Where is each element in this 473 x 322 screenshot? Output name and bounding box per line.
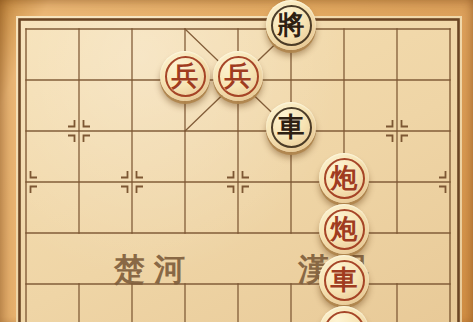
river-text-left: 楚河 xyxy=(113,251,194,287)
piece-glyph: 兵 xyxy=(225,62,252,89)
piece-black-general[interactable]: 將 xyxy=(266,0,316,50)
piece-glyph: 兵 xyxy=(172,62,199,89)
piece-glyph: 炮 xyxy=(331,215,358,242)
piece-red-soldier[interactable]: 兵 xyxy=(213,51,263,101)
piece-red-cannon[interactable]: 炮 xyxy=(319,204,369,254)
piece-glyph: 車 xyxy=(331,266,358,293)
piece-glyph: 將 xyxy=(278,11,305,38)
piece-glyph: 車 xyxy=(278,113,305,140)
piece-red-cannon[interactable]: 炮 xyxy=(319,153,369,203)
board-graphics: 楚河 漢界 xyxy=(0,0,473,322)
piece-black-chariot[interactable]: 車 xyxy=(266,102,316,152)
xiangqi-board-view: 楚河 漢界 將兵兵車炮炮車 xyxy=(0,0,473,322)
piece-red-soldier[interactable]: 兵 xyxy=(160,51,210,101)
piece-red-chariot[interactable]: 車 xyxy=(319,255,369,305)
piece-glyph: 炮 xyxy=(331,164,358,191)
